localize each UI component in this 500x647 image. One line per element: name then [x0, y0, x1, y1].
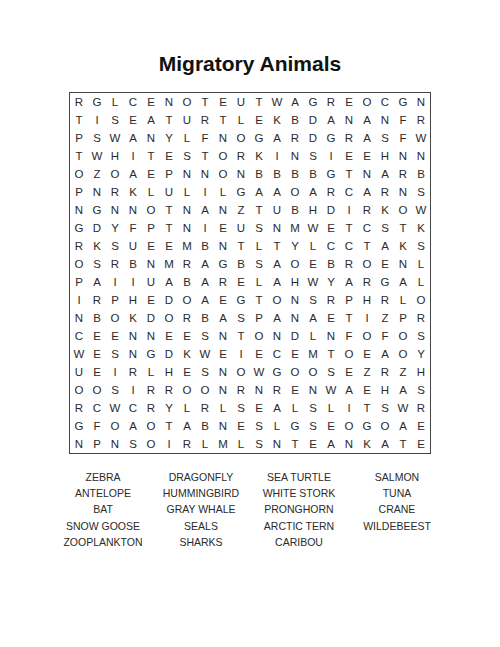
grid-cell-r1c20: N [412, 93, 430, 111]
grid-cell-r11c17: R [358, 273, 376, 291]
grid-cell-r6c20: S [412, 183, 430, 201]
grid-cell-r5c9: O [214, 165, 232, 183]
grid-cell-r7c3: N [106, 201, 124, 219]
grid-cell-r15c12: C [268, 345, 286, 363]
grid-cell-r6c7: L [178, 183, 196, 201]
grid-cell-r11c1: P [70, 273, 88, 291]
grid-cell-r15c7: K [178, 345, 196, 363]
grid-cell-r8c4: F [124, 219, 142, 237]
grid-cell-r4c20: N [412, 147, 430, 165]
word-item: SALMON [349, 469, 445, 485]
grid-cell-r5c5: E [142, 165, 160, 183]
grid-cell-r12c8: A [196, 291, 214, 309]
grid-cell-r12c20: O [412, 291, 430, 309]
grid-cell-r19c14: S [304, 417, 322, 435]
grid-cell-r20c6: I [160, 435, 178, 453]
grid-cell-r13c18: Z [376, 309, 394, 327]
grid-cell-r18c5: R [142, 399, 160, 417]
grid-cell-r13c20: R [412, 309, 430, 327]
grid-cell-r1c19: G [394, 93, 412, 111]
grid-cell-r11c16: A [340, 273, 358, 291]
grid-cell-r4c2: W [88, 147, 106, 165]
grid-cell-r12c9: E [214, 291, 232, 309]
grid-cell-r17c9: N [214, 381, 232, 399]
grid-cell-r20c3: N [106, 435, 124, 453]
grid-cell-r13c7: R [178, 309, 196, 327]
grid-cell-r20c4: S [124, 435, 142, 453]
grid-cell-r17c3: S [106, 381, 124, 399]
grid-cell-r6c4: K [124, 183, 142, 201]
grid-cell-r18c20: R [412, 399, 430, 417]
grid-cell-r5c3: O [106, 165, 124, 183]
grid-cell-r15c3: S [106, 345, 124, 363]
grid-cell-r11c20: L [412, 273, 430, 291]
grid-cell-r9c5: E [142, 237, 160, 255]
word-item: BAT [55, 501, 151, 517]
grid-cell-r2c14: D [304, 111, 322, 129]
grid-cell-r16c10: O [232, 363, 250, 381]
grid-cell-r7c18: K [376, 201, 394, 219]
grid-cell-r3c2: S [88, 129, 106, 147]
grid-cell-r17c14: N [304, 381, 322, 399]
grid-cell-r15c5: G [142, 345, 160, 363]
grid-cell-r14c12: N [268, 327, 286, 345]
grid-cell-r1c17: O [358, 93, 376, 111]
grid-cell-r10c11: S [250, 255, 268, 273]
grid-cell-r7c14: H [304, 201, 322, 219]
grid-cell-r3c11: G [250, 129, 268, 147]
grid-cell-r9c8: B [196, 237, 214, 255]
grid-cell-r1c5: E [142, 93, 160, 111]
grid-cell-r20c18: A [376, 435, 394, 453]
grid-cell-r6c17: A [358, 183, 376, 201]
grid-cell-r8c10: U [232, 219, 250, 237]
word-item: ARCTIC TERN [251, 518, 347, 534]
grid-cell-r19c18: O [376, 417, 394, 435]
grid-cell-r2c9: T [214, 111, 232, 129]
grid-cell-r15c10: I [232, 345, 250, 363]
grid-cell-r3c7: L [178, 129, 196, 147]
grid-cell-r11c12: A [268, 273, 286, 291]
grid-cell-r1c12: W [268, 93, 286, 111]
grid-cell-r5c11: B [250, 165, 268, 183]
grid-cell-r3c6: Y [160, 129, 178, 147]
grid-cell-r16c5: L [142, 363, 160, 381]
grid-cell-r14c4: N [124, 327, 142, 345]
grid-cell-r5c13: B [286, 165, 304, 183]
grid-cell-r17c2: O [88, 381, 106, 399]
grid-cell-r10c15: B [322, 255, 340, 273]
grid-cell-r20c12: N [268, 435, 286, 453]
grid-cell-r6c16: C [340, 183, 358, 201]
grid-cell-r3c5: N [142, 129, 160, 147]
grid-cell-r4c12: I [268, 147, 286, 165]
grid-cell-r2c7: U [178, 111, 196, 129]
grid-cell-r19c20: E [412, 417, 430, 435]
grid-cell-r13c19: P [394, 309, 412, 327]
grid-cell-r18c8: R [196, 399, 214, 417]
word-item: ZOOPLANKTON [55, 534, 151, 550]
grid-cell-r11c19: A [394, 273, 412, 291]
word-list-column-3: SEA TURTLEWHITE STORKPRONGHORNARCTIC TER… [251, 469, 347, 550]
grid-cell-r3c18: S [376, 129, 394, 147]
grid-cell-r6c3: R [106, 183, 124, 201]
grid-cell-r1c14: G [304, 93, 322, 111]
grid-cell-r5c2: Z [88, 165, 106, 183]
grid-cell-r12c18: R [376, 291, 394, 309]
grid-cell-r8c3: Y [106, 219, 124, 237]
word-list: ZEBRAANTELOPEBATSNOW GOOSEZOOPLANKTONDRA… [55, 469, 445, 550]
grid-cell-r14c7: E [178, 327, 196, 345]
grid-cell-r19c6: T [160, 417, 178, 435]
grid-cell-r20c15: A [322, 435, 340, 453]
grid-cell-r3c9: N [214, 129, 232, 147]
grid-cell-r17c1: O [70, 381, 88, 399]
grid-cell-r18c6: Y [160, 399, 178, 417]
grid-cell-r17c12: R [268, 381, 286, 399]
grid-cell-r3c16: R [340, 129, 358, 147]
grid-cell-r17c20: S [412, 381, 430, 399]
grid-cell-r8c18: S [376, 219, 394, 237]
grid-cell-r10c7: R [178, 255, 196, 273]
grid-cell-r18c1: R [70, 399, 88, 417]
grid-cell-r11c5: U [142, 273, 160, 291]
grid-cell-r14c6: E [160, 327, 178, 345]
grid-cell-r16c7: E [178, 363, 196, 381]
grid-cell-r14c17: O [358, 327, 376, 345]
grid-cell-r7c5: O [142, 201, 160, 219]
grid-cell-r7c17: R [358, 201, 376, 219]
grid-cell-r10c10: B [232, 255, 250, 273]
word-item: WHITE STORK [251, 485, 347, 501]
grid-cell-r7c1: N [70, 201, 88, 219]
grid-cell-r1c10: U [232, 93, 250, 111]
grid-cell-r15c13: E [286, 345, 304, 363]
grid-cell-r8c1: G [70, 219, 88, 237]
grid-cell-r4c18: H [376, 147, 394, 165]
grid-cell-r16c11: W [250, 363, 268, 381]
word-item: TUNA [349, 485, 445, 501]
grid-cell-r5c10: N [232, 165, 250, 183]
grid-cell-r2c10: L [232, 111, 250, 129]
word-list-column-1: ZEBRAANTELOPEBATSNOW GOOSEZOOPLANKTON [55, 469, 151, 550]
grid-cell-r1c18: C [376, 93, 394, 111]
word-item: SEALS [153, 518, 249, 534]
grid-cell-r2c16: N [340, 111, 358, 129]
grid-cell-r6c6: U [160, 183, 178, 201]
grid-cell-r9c19: K [394, 237, 412, 255]
grid-cell-r9c4: U [124, 237, 142, 255]
grid-cell-r1c1: R [70, 93, 88, 111]
grid-cell-r9c10: T [232, 237, 250, 255]
grid-cell-r17c18: H [376, 381, 394, 399]
grid-cell-r3c12: A [268, 129, 286, 147]
grid-cell-r17c19: A [394, 381, 412, 399]
grid-cell-r12c16: P [340, 291, 358, 309]
grid-cell-r9c11: L [250, 237, 268, 255]
grid-cell-r2c2: I [88, 111, 106, 129]
grid-cell-r16c8: S [196, 363, 214, 381]
grid-cell-r18c9: L [214, 399, 232, 417]
grid-cell-r14c2: E [88, 327, 106, 345]
word-item: SEA TURTLE [251, 469, 347, 485]
grid-cell-r11c7: B [178, 273, 196, 291]
grid-cell-r10c12: A [268, 255, 286, 273]
grid-cell-r8c11: S [250, 219, 268, 237]
grid-cell-r10c17: O [358, 255, 376, 273]
grid-cell-r20c10: L [232, 435, 250, 453]
grid-cell-r4c9: O [214, 147, 232, 165]
grid-cell-r20c5: O [142, 435, 160, 453]
grid-cell-r9c9: N [214, 237, 232, 255]
word-list-column-2: DRAGONFLYHUMMINGBIRDGRAY WHALESEALSSHARK… [153, 469, 249, 550]
grid-cell-r20c14: E [304, 435, 322, 453]
grid-cell-r17c5: R [142, 381, 160, 399]
grid-cell-r1c3: L [106, 93, 124, 111]
grid-cell-r15c14: M [304, 345, 322, 363]
grid-cell-r14c3: E [106, 327, 124, 345]
grid-cell-r18c3: W [106, 399, 124, 417]
grid-cell-r8c8: I [196, 219, 214, 237]
grid-cell-r18c7: L [178, 399, 196, 417]
grid-cell-r13c3: O [106, 309, 124, 327]
grid-cell-r9c16: C [340, 237, 358, 255]
puzzle-title: Migratory Animals [0, 52, 500, 76]
grid-cell-r9c2: K [88, 237, 106, 255]
grid-cell-r11c2: A [88, 273, 106, 291]
grid-cell-r10c1: O [70, 255, 88, 273]
grid-cell-r13c13: N [286, 309, 304, 327]
grid-cell-r4c8: T [196, 147, 214, 165]
grid-cell-r16c3: I [106, 363, 124, 381]
grid-cell-r10c3: R [106, 255, 124, 273]
grid-cell-r1c2: G [88, 93, 106, 111]
grid-cell-r7c8: A [196, 201, 214, 219]
grid-cell-r9c18: A [376, 237, 394, 255]
word-item: ANTELOPE [55, 485, 151, 501]
grid-cell-r5c14: B [304, 165, 322, 183]
grid-cell-r1c15: R [322, 93, 340, 111]
grid-cell-r2c1: T [70, 111, 88, 129]
grid-cell-r19c19: A [394, 417, 412, 435]
word-item: ZEBRA [55, 469, 151, 485]
grid-cell-r5c20: B [412, 165, 430, 183]
grid-cell-r9c13: Y [286, 237, 304, 255]
grid-cell-r18c11: E [250, 399, 268, 417]
grid-cell-r14c14: L [304, 327, 322, 345]
grid-cell-r15c20: Y [412, 345, 430, 363]
grid-cell-r10c6: M [160, 255, 178, 273]
grid-cell-r15c8: W [196, 345, 214, 363]
grid-cell-r2c6: T [160, 111, 178, 129]
grid-cell-r18c4: C [124, 399, 142, 417]
grid-cell-r20c11: S [250, 435, 268, 453]
grid-cell-r8c5: P [142, 219, 160, 237]
grid-cell-r10c13: O [286, 255, 304, 273]
grid-cell-r7c19: O [394, 201, 412, 219]
grid-cell-r12c2: R [88, 291, 106, 309]
word-item: SHARKS [153, 534, 249, 550]
grid-cell-r5c12: B [268, 165, 286, 183]
grid-cell-r19c9: N [214, 417, 232, 435]
grid-cell-r12c11: T [250, 291, 268, 309]
grid-cell-r6c9: L [214, 183, 232, 201]
grid-cell-r6c18: R [376, 183, 394, 201]
grid-cell-r9c1: R [70, 237, 88, 255]
grid-cell-r13c1: N [70, 309, 88, 327]
grid-cell-r12c15: R [322, 291, 340, 309]
grid-cell-r4c5: T [142, 147, 160, 165]
grid-cell-r19c10: E [232, 417, 250, 435]
grid-cell-r17c17: E [358, 381, 376, 399]
grid-cell-r13c15: E [322, 309, 340, 327]
grid-cell-r11c14: W [304, 273, 322, 291]
grid-cell-r6c14: A [304, 183, 322, 201]
grid-cell-r19c4: A [124, 417, 142, 435]
grid-cell-r11c18: G [376, 273, 394, 291]
grid-cell-r9c12: T [268, 237, 286, 255]
grid-cell-r11c10: E [232, 273, 250, 291]
grid-cell-r18c10: S [232, 399, 250, 417]
grid-cell-r12c14: S [304, 291, 322, 309]
word-item: CRANE [349, 501, 445, 517]
grid-cell-r2c11: E [250, 111, 268, 129]
grid-cell-r15c2: E [88, 345, 106, 363]
grid-cell-r16c20: H [412, 363, 430, 381]
grid-cell-r14c5: N [142, 327, 160, 345]
grid-cell-r9c14: L [304, 237, 322, 255]
grid-cell-r12c5: E [142, 291, 160, 309]
grid-cell-r16c19: Z [394, 363, 412, 381]
grid-cell-r5c1: O [70, 165, 88, 183]
grid-cell-r14c1: C [70, 327, 88, 345]
grid-cell-r13c4: K [124, 309, 142, 327]
grid-cell-r16c15: S [322, 363, 340, 381]
grid-cell-r11c4: I [124, 273, 142, 291]
grid-cell-r5c16: T [340, 165, 358, 183]
grid-cell-r5c6: P [160, 165, 178, 183]
grid-cell-r7c4: N [124, 201, 142, 219]
grid-cell-r14c13: D [286, 327, 304, 345]
grid-cell-r12c3: P [106, 291, 124, 309]
grid-cell-r14c11: O [250, 327, 268, 345]
grid-cell-r16c16: E [340, 363, 358, 381]
grid-cell-r1c7: O [178, 93, 196, 111]
grid-cell-r6c10: G [232, 183, 250, 201]
grid-cell-r11c3: I [106, 273, 124, 291]
grid-cell-r8c7: N [178, 219, 196, 237]
grid-cell-r7c16: I [340, 201, 358, 219]
grid-cell-r10c2: S [88, 255, 106, 273]
grid-cell-r16c14: O [304, 363, 322, 381]
grid-cell-r8c15: E [322, 219, 340, 237]
grid-cell-r13c17: I [358, 309, 376, 327]
grid-cell-r11c15: Y [322, 273, 340, 291]
grid-cell-r8c6: T [160, 219, 178, 237]
grid-cell-r18c16: I [340, 399, 358, 417]
grid-cell-r12c17: H [358, 291, 376, 309]
grid-cell-r3c4: A [124, 129, 142, 147]
grid-cell-r12c10: G [232, 291, 250, 309]
grid-cell-r12c7: O [178, 291, 196, 309]
grid-cell-r13c10: S [232, 309, 250, 327]
grid-cell-r8c20: K [412, 219, 430, 237]
grid-cell-r9c20: S [412, 237, 430, 255]
grid-cell-r4c19: N [394, 147, 412, 165]
grid-cell-r19c15: E [322, 417, 340, 435]
word-item: WILDEBEEST [349, 518, 445, 534]
grid-cell-r20c20: E [412, 435, 430, 453]
grid-cell-r9c15: C [322, 237, 340, 255]
grid-cell-r18c15: L [322, 399, 340, 417]
grid-cell-r19c2: F [88, 417, 106, 435]
grid-cell-r12c13: N [286, 291, 304, 309]
grid-cell-r18c14: S [304, 399, 322, 417]
grid-cell-r14c8: S [196, 327, 214, 345]
grid-cell-r13c14: A [304, 309, 322, 327]
grid-cell-r17c16: A [340, 381, 358, 399]
grid-cell-r19c3: O [106, 417, 124, 435]
grid-cell-r4c4: I [124, 147, 142, 165]
grid-cell-r5c19: R [394, 165, 412, 183]
grid-cell-r16c2: E [88, 363, 106, 381]
grid-cell-r8c13: M [286, 219, 304, 237]
grid-cell-r4c14: S [304, 147, 322, 165]
grid-cell-r15c15: T [322, 345, 340, 363]
grid-cell-r14c15: N [322, 327, 340, 345]
grid-cell-r7c6: T [160, 201, 178, 219]
grid-cell-r20c13: T [286, 435, 304, 453]
grid-cell-r12c4: H [124, 291, 142, 309]
grid-cell-r10c14: E [304, 255, 322, 273]
grid-cell-r12c6: D [160, 291, 178, 309]
grid-cell-r7c12: U [268, 201, 286, 219]
grid-cell-r15c16: O [340, 345, 358, 363]
grid-cell-r5c15: G [322, 165, 340, 183]
grid-cell-r10c9: G [214, 255, 232, 273]
grid-cell-r6c15: R [322, 183, 340, 201]
grid-cell-r5c4: A [124, 165, 142, 183]
grid-cell-r6c5: L [142, 183, 160, 201]
grid-cell-r7c10: Z [232, 201, 250, 219]
grid-cell-r17c4: I [124, 381, 142, 399]
grid-cell-r10c16: R [340, 255, 358, 273]
grid-cell-r20c7: R [178, 435, 196, 453]
grid-cell-r5c8: N [196, 165, 214, 183]
grid-cell-r4c11: K [250, 147, 268, 165]
word-item: CARIBOU [251, 534, 347, 550]
grid-cell-r16c4: R [124, 363, 142, 381]
grid-cell-r1c4: C [124, 93, 142, 111]
grid-cell-r11c9: R [214, 273, 232, 291]
grid-cell-r19c16: O [340, 417, 358, 435]
grid-cell-r5c18: A [376, 165, 394, 183]
word-item: GRAY WHALE [153, 501, 249, 517]
grid-cell-r9c6: E [160, 237, 178, 255]
grid-cell-r14c18: F [376, 327, 394, 345]
grid-cell-r14c16: F [340, 327, 358, 345]
grid-cell-r10c19: N [394, 255, 412, 273]
grid-cell-r8c14: W [304, 219, 322, 237]
grid-cell-r10c20: L [412, 255, 430, 273]
grid-cell-r1c8: T [196, 93, 214, 111]
grid-cell-r8c17: C [358, 219, 376, 237]
grid-cell-r5c7: N [178, 165, 196, 183]
grid-cell-r13c16: T [340, 309, 358, 327]
grid-cell-r3c14: D [304, 129, 322, 147]
grid-cell-r13c8: B [196, 309, 214, 327]
grid-cell-r13c2: B [88, 309, 106, 327]
